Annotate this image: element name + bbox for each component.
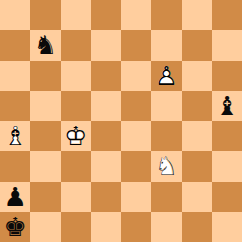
square-d6[interactable] bbox=[91, 61, 121, 91]
square-h2[interactable] bbox=[212, 182, 242, 212]
square-c3[interactable] bbox=[61, 151, 91, 181]
black-king-glyph: ♚ bbox=[0, 212, 30, 242]
square-f4[interactable] bbox=[151, 121, 181, 151]
square-d2[interactable] bbox=[91, 182, 121, 212]
square-e5[interactable] bbox=[121, 91, 151, 121]
square-h4[interactable] bbox=[212, 121, 242, 151]
square-a8[interactable] bbox=[0, 0, 30, 30]
white-bishop-outline: ♗ bbox=[0, 121, 30, 151]
square-a1[interactable]: ♚ bbox=[0, 212, 30, 242]
square-f7[interactable] bbox=[151, 30, 181, 60]
square-c4[interactable]: ♚♔ bbox=[61, 121, 91, 151]
square-d3[interactable] bbox=[91, 151, 121, 181]
square-e1[interactable] bbox=[121, 212, 151, 242]
square-d4[interactable] bbox=[91, 121, 121, 151]
white-king-glyph: ♚ bbox=[61, 121, 91, 151]
square-b8[interactable] bbox=[30, 0, 60, 30]
black-bishop[interactable]: ♝ bbox=[212, 91, 242, 121]
square-g2[interactable] bbox=[182, 182, 212, 212]
white-pawn-outline: ♙ bbox=[151, 61, 181, 91]
square-d8[interactable] bbox=[91, 0, 121, 30]
square-h3[interactable] bbox=[212, 151, 242, 181]
black-bishop-glyph: ♝ bbox=[212, 91, 242, 121]
square-c5[interactable] bbox=[61, 91, 91, 121]
square-h7[interactable] bbox=[212, 30, 242, 60]
white-pawn-glyph: ♟ bbox=[151, 61, 181, 91]
square-g3[interactable] bbox=[182, 151, 212, 181]
square-e8[interactable] bbox=[121, 0, 151, 30]
square-g6[interactable] bbox=[182, 61, 212, 91]
square-e3[interactable] bbox=[121, 151, 151, 181]
square-e2[interactable] bbox=[121, 182, 151, 212]
white-king-outline: ♔ bbox=[61, 121, 91, 151]
square-c7[interactable] bbox=[61, 30, 91, 60]
square-b4[interactable] bbox=[30, 121, 60, 151]
black-king[interactable]: ♚ bbox=[0, 212, 30, 242]
square-e6[interactable] bbox=[121, 61, 151, 91]
square-f2[interactable] bbox=[151, 182, 181, 212]
square-f3[interactable]: ♞♘ bbox=[151, 151, 181, 181]
white-pawn[interactable]: ♟♙ bbox=[151, 61, 181, 91]
white-knight[interactable]: ♞♘ bbox=[151, 151, 181, 181]
square-c6[interactable] bbox=[61, 61, 91, 91]
square-g1[interactable] bbox=[182, 212, 212, 242]
square-e4[interactable] bbox=[121, 121, 151, 151]
white-king[interactable]: ♚♔ bbox=[61, 121, 91, 151]
white-bishop[interactable]: ♝♗ bbox=[0, 121, 30, 151]
square-g7[interactable] bbox=[182, 30, 212, 60]
square-b3[interactable] bbox=[30, 151, 60, 181]
square-a2[interactable]: ♟ bbox=[0, 182, 30, 212]
square-d7[interactable] bbox=[91, 30, 121, 60]
square-a6[interactable] bbox=[0, 61, 30, 91]
square-d1[interactable] bbox=[91, 212, 121, 242]
square-e7[interactable] bbox=[121, 30, 151, 60]
square-d5[interactable] bbox=[91, 91, 121, 121]
square-b2[interactable] bbox=[30, 182, 60, 212]
square-f6[interactable]: ♟♙ bbox=[151, 61, 181, 91]
square-c2[interactable] bbox=[61, 182, 91, 212]
square-a3[interactable] bbox=[0, 151, 30, 181]
square-b6[interactable] bbox=[30, 61, 60, 91]
chess-board: ♞♟♙♝♝♗♚♔♞♘♟♚ bbox=[0, 0, 242, 242]
square-f1[interactable] bbox=[151, 212, 181, 242]
square-a7[interactable] bbox=[0, 30, 30, 60]
square-g4[interactable] bbox=[182, 121, 212, 151]
black-pawn[interactable]: ♟ bbox=[0, 182, 30, 212]
square-h6[interactable] bbox=[212, 61, 242, 91]
square-c8[interactable] bbox=[61, 0, 91, 30]
square-a5[interactable] bbox=[0, 91, 30, 121]
square-b5[interactable] bbox=[30, 91, 60, 121]
white-bishop-glyph: ♝ bbox=[0, 121, 30, 151]
white-knight-outline: ♘ bbox=[151, 151, 181, 181]
square-h5[interactable]: ♝ bbox=[212, 91, 242, 121]
black-pawn-glyph: ♟ bbox=[0, 182, 30, 212]
square-b1[interactable] bbox=[30, 212, 60, 242]
black-knight-glyph: ♞ bbox=[30, 30, 60, 60]
square-h8[interactable] bbox=[212, 0, 242, 30]
square-g5[interactable] bbox=[182, 91, 212, 121]
square-f5[interactable] bbox=[151, 91, 181, 121]
square-f8[interactable] bbox=[151, 0, 181, 30]
square-g8[interactable] bbox=[182, 0, 212, 30]
square-b7[interactable]: ♞ bbox=[30, 30, 60, 60]
white-knight-glyph: ♞ bbox=[151, 151, 181, 181]
square-a4[interactable]: ♝♗ bbox=[0, 121, 30, 151]
square-c1[interactable] bbox=[61, 212, 91, 242]
black-knight[interactable]: ♞ bbox=[30, 30, 60, 60]
square-h1[interactable] bbox=[212, 212, 242, 242]
